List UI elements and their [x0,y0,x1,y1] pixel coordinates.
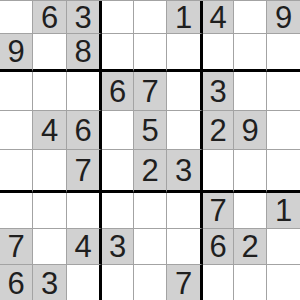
cell-r4c8: 9 [234,111,267,150]
cell-r1c4[interactable] [102,1,134,34]
cell-r5c2[interactable] [33,150,67,193]
cell-r1c9: 9 [267,1,300,34]
cell-r3c3[interactable] [67,72,102,111]
cell-r2c2[interactable] [33,34,67,72]
cell-r1c1[interactable] [0,1,33,34]
cell-r6c5[interactable] [134,193,167,229]
cell-r7c8: 2 [234,229,267,265]
cell-r4c5: 5 [134,111,167,150]
cell-r1c2: 6 [33,1,67,34]
cell-r4c9[interactable] [267,111,300,150]
cell-r7c9[interactable] [267,229,300,265]
cell-r8c4[interactable] [102,265,134,300]
cell-r6c8[interactable] [234,193,267,229]
cell-r6c9: 1 [267,193,300,229]
cell-r5c5: 2 [134,150,167,193]
cell-r8c9[interactable] [267,265,300,300]
cell-r6c6[interactable] [167,193,203,229]
cell-r1c5[interactable] [134,1,167,34]
cell-r7c7: 6 [203,229,234,265]
cell-r3c2[interactable] [33,72,67,111]
cell-r1c7: 4 [203,1,234,34]
cell-r4c2: 4 [33,111,67,150]
cell-r4c6[interactable] [167,111,203,150]
cell-r6c2[interactable] [33,193,67,229]
cell-r4c1[interactable] [0,111,33,150]
cell-r8c8[interactable] [234,265,267,300]
cell-r6c4[interactable] [102,193,134,229]
cell-r5c1[interactable] [0,150,33,193]
cell-r7c6[interactable] [167,229,203,265]
cell-r6c3[interactable] [67,193,102,229]
cell-r7c2[interactable] [33,229,67,265]
cell-r3c4: 6 [102,72,134,111]
cell-r6c7: 7 [203,193,234,229]
cell-r8c5[interactable] [134,265,167,300]
cell-r2c7[interactable] [203,34,234,72]
cell-r6c1[interactable] [0,193,33,229]
cell-r5c3: 7 [67,150,102,193]
sudoku-board: 6 3 1 4 9 9 8 6 7 3 4 6 5 2 9 7 2 3 7 1 … [0,0,300,300]
cell-r4c3: 6 [67,111,102,150]
cell-r2c6[interactable] [167,34,203,72]
cell-r2c5[interactable] [134,34,167,72]
cell-r5c7[interactable] [203,150,234,193]
cell-r5c8[interactable] [234,150,267,193]
cell-r1c3: 3 [67,1,102,34]
cell-r2c1: 9 [0,34,33,72]
cell-r8c2: 3 [33,265,67,300]
cell-r3c7: 3 [203,72,234,111]
cell-r3c6[interactable] [167,72,203,111]
cell-r3c1[interactable] [0,72,33,111]
cell-r5c9[interactable] [267,150,300,193]
cell-r8c7[interactable] [203,265,234,300]
cell-r7c4: 3 [102,229,134,265]
cell-r2c3: 8 [67,34,102,72]
cell-r2c9[interactable] [267,34,300,72]
cell-r4c7: 2 [203,111,234,150]
cell-r1c8[interactable] [234,1,267,34]
cell-r8c3[interactable] [67,265,102,300]
cell-r5c4[interactable] [102,150,134,193]
cell-r3c5: 7 [134,72,167,111]
cell-r4c4[interactable] [102,111,134,150]
cell-r7c3: 4 [67,229,102,265]
cell-r1c6: 1 [167,1,203,34]
cell-r8c1: 6 [0,265,33,300]
cell-r3c8[interactable] [234,72,267,111]
cell-r8c6: 7 [167,265,203,300]
cell-r7c1: 7 [0,229,33,265]
cell-r3c9[interactable] [267,72,300,111]
cell-r5c6: 3 [167,150,203,193]
cell-r7c5[interactable] [134,229,167,265]
cell-r2c8[interactable] [234,34,267,72]
cell-r2c4[interactable] [102,34,134,72]
